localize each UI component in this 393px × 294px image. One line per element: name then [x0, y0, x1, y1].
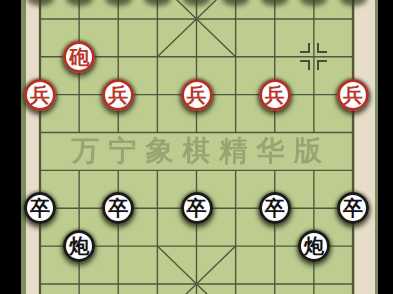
- crosshair-corner-br: [317, 60, 327, 70]
- black-piece-卒[interactable]: 卒: [181, 192, 213, 224]
- black-piece-卒[interactable]: 卒: [337, 192, 369, 224]
- red-piece-砲[interactable]: 砲: [63, 41, 95, 73]
- piece-cell: 兵: [333, 76, 372, 114]
- piece-cell: 卒: [255, 189, 294, 227]
- letterbox-left: [0, 0, 21, 294]
- red-piece-兵[interactable]: 兵: [259, 79, 291, 111]
- piece-cell: 炮: [60, 227, 99, 265]
- red-piece-兵[interactable]: 兵: [24, 79, 56, 111]
- piece-cell: 卒: [99, 189, 138, 227]
- crosshair-corner-bl: [300, 60, 310, 70]
- red-piece-兵[interactable]: 兵: [337, 79, 369, 111]
- black-piece-卒[interactable]: 卒: [24, 192, 56, 224]
- crosshair-corner-tl: [300, 43, 310, 53]
- red-piece-兵[interactable]: 兵: [102, 79, 134, 111]
- crosshair-marker-icon: [300, 43, 327, 70]
- piece-cell: 炮: [294, 227, 333, 265]
- xiangqi-app-screenshot: 万宁象棋精华版 砲兵兵兵兵兵卒卒卒卒炮卒炮: [0, 0, 393, 294]
- black-piece-炮[interactable]: 炮: [63, 230, 95, 262]
- black-piece-卒[interactable]: 卒: [259, 192, 291, 224]
- piece-cell: 卒: [177, 189, 216, 227]
- piece-cell: 卒: [333, 189, 372, 227]
- black-piece-卒[interactable]: 卒: [102, 192, 134, 224]
- piece-cell: 砲: [60, 38, 99, 76]
- black-piece-炮[interactable]: 炮: [298, 230, 330, 262]
- move-marker-cell: [294, 38, 333, 76]
- piece-cell: 兵: [99, 76, 138, 114]
- red-piece-兵[interactable]: 兵: [181, 79, 213, 111]
- piece-cell: 卒: [20, 189, 59, 227]
- piece-grid: 砲兵兵兵兵兵卒卒卒卒炮卒炮: [20, 0, 372, 294]
- crosshair-corner-tr: [317, 43, 327, 53]
- piece-cell: 兵: [255, 76, 294, 114]
- letterbox-right: [378, 0, 393, 294]
- piece-cell: 兵: [177, 76, 216, 114]
- piece-cell: 兵: [20, 76, 59, 114]
